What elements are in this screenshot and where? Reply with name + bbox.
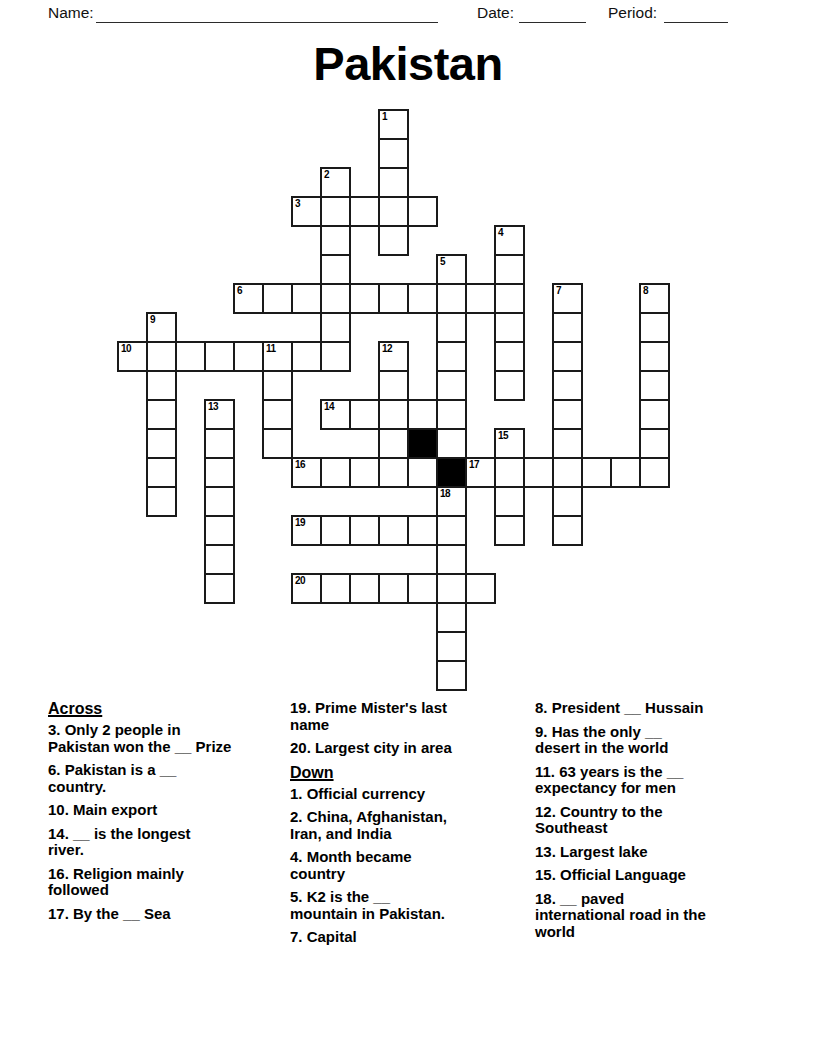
grid-cell[interactable] xyxy=(552,428,583,459)
clue-text: Largest city in area xyxy=(315,739,452,756)
grid-cell[interactable] xyxy=(378,428,409,459)
grid-cell[interactable] xyxy=(639,370,670,401)
grid-cell[interactable]: 6 xyxy=(233,283,264,314)
grid-cell-number: 12 xyxy=(382,343,392,354)
grid-cell[interactable] xyxy=(349,515,380,546)
clue-text: Main export xyxy=(73,801,157,818)
grid-cell-number: 18 xyxy=(440,488,450,499)
grid-cell-number: 11 xyxy=(266,343,276,354)
grid-cell-number: 1 xyxy=(382,111,387,122)
grid-cell[interactable] xyxy=(146,370,177,401)
grid-cell[interactable] xyxy=(494,341,525,372)
grid-cell-number: 6 xyxy=(237,285,242,296)
grid-cell[interactable] xyxy=(146,341,177,372)
clue-number: 16. xyxy=(48,865,73,882)
grid-cell[interactable] xyxy=(639,312,670,343)
clue-number: 3. xyxy=(48,721,65,738)
grid-cell-number: 2 xyxy=(324,169,329,180)
down-clue-13: 13. Largest lake xyxy=(535,844,777,861)
grid-cell[interactable] xyxy=(494,312,525,343)
grid-cell[interactable] xyxy=(436,283,467,314)
grid-cell[interactable] xyxy=(349,457,380,488)
grid-cell-number: 10 xyxy=(121,343,131,354)
grid-cell-number: 4 xyxy=(498,227,503,238)
date-label: Date: xyxy=(477,4,514,22)
grid-cell[interactable] xyxy=(436,544,467,575)
grid-cell[interactable]: 12 xyxy=(378,341,409,372)
clue-number: 4. xyxy=(290,848,307,865)
grid-cell[interactable] xyxy=(436,399,467,430)
grid-cell[interactable] xyxy=(581,457,612,488)
across-clue-17: 17. By the __ Sea xyxy=(48,906,294,923)
grid-cell-number: 8 xyxy=(643,285,648,296)
grid-cell[interactable] xyxy=(378,283,409,314)
across-clue-19: 19. Prime Mister's last name xyxy=(290,700,538,733)
grid-cell-number: 7 xyxy=(556,285,561,296)
down-heading: Down xyxy=(290,764,538,782)
grid-cell[interactable] xyxy=(436,602,467,633)
grid-cell[interactable] xyxy=(436,515,467,546)
across-heading: Across xyxy=(48,700,294,718)
grid-cell[interactable] xyxy=(407,457,438,488)
grid-black-cell xyxy=(407,428,438,459)
grid-cell-number: 15 xyxy=(498,430,508,441)
grid-cell[interactable] xyxy=(552,399,583,430)
clue-number: 2. xyxy=(290,808,307,825)
down-clue-8: 8. President __ Hussain xyxy=(535,700,777,717)
grid-cell[interactable]: 9 xyxy=(146,312,177,343)
clue-number: 5. xyxy=(290,888,307,905)
grid-cell[interactable] xyxy=(494,486,525,517)
clue-number: 12. xyxy=(535,803,560,820)
grid-cell[interactable] xyxy=(552,370,583,401)
grid-cell[interactable] xyxy=(349,399,380,430)
across-clue-14: 14. __ is the longest river. xyxy=(48,826,294,859)
page-title: Pakistan xyxy=(0,36,816,91)
grid-cell[interactable] xyxy=(494,370,525,401)
clue-text: By the __ Sea xyxy=(73,905,171,922)
across-clue-3: 3. Only 2 people in Pakistan won the __ … xyxy=(48,722,294,755)
clue-text: President __ Hussain xyxy=(552,699,704,716)
grid-cell[interactable] xyxy=(262,283,293,314)
grid-cell[interactable] xyxy=(407,196,438,227)
grid-cell[interactable] xyxy=(378,138,409,169)
clue-number: 8. xyxy=(535,699,552,716)
clue-number: 10. xyxy=(48,801,73,818)
clue-text: Month became country xyxy=(290,848,412,882)
grid-cell[interactable] xyxy=(407,283,438,314)
grid-cell[interactable]: 17 xyxy=(465,457,496,488)
clue-text: China, Afghanistan, Iran, and India xyxy=(290,808,447,842)
grid-cell[interactable]: 14 xyxy=(320,399,351,430)
grid-cell[interactable] xyxy=(552,515,583,546)
grid-cell[interactable] xyxy=(204,515,235,546)
clue-number: 1. xyxy=(290,785,307,802)
grid-cell-number: 9 xyxy=(150,314,155,325)
grid-cell[interactable] xyxy=(146,457,177,488)
grid-cell-number: 13 xyxy=(208,401,218,412)
period-label: Period: xyxy=(608,4,657,22)
grid-cell[interactable]: 20 xyxy=(291,573,322,604)
grid-cell[interactable]: 11 xyxy=(262,341,293,372)
clue-column-3: 8. President __ Hussain9. Has the only _… xyxy=(535,700,777,947)
grid-cell[interactable] xyxy=(639,428,670,459)
grid-cell[interactable] xyxy=(233,341,264,372)
down-clue-11: 11. 63 years is the __ expectancy for me… xyxy=(535,764,777,797)
grid-cell[interactable] xyxy=(465,283,496,314)
clue-text: Pakistan is a __ country. xyxy=(48,761,176,795)
grid-cell[interactable] xyxy=(552,312,583,343)
grid-cell[interactable] xyxy=(349,573,380,604)
down-clue-9: 9. Has the only __ desert in the world xyxy=(535,724,777,757)
clue-number: 18. xyxy=(535,890,560,907)
down-clue-15: 15. Official Language xyxy=(535,867,777,884)
down-clue-2: 2. China, Afghanistan, Iran, and India xyxy=(290,809,538,842)
grid-cell[interactable]: 18 xyxy=(436,486,467,517)
clue-number: 9. xyxy=(535,723,552,740)
grid-cell[interactable]: 19 xyxy=(291,515,322,546)
grid-cell[interactable] xyxy=(639,457,670,488)
grid-cell[interactable] xyxy=(204,544,235,575)
grid-cell[interactable] xyxy=(204,573,235,604)
grid-cell[interactable] xyxy=(262,399,293,430)
clue-number: 6. xyxy=(48,761,65,778)
grid-cell[interactable] xyxy=(436,428,467,459)
grid-cell[interactable] xyxy=(639,341,670,372)
grid-cell[interactable] xyxy=(552,341,583,372)
grid-cell[interactable] xyxy=(552,486,583,517)
grid-cell[interactable] xyxy=(436,341,467,372)
grid-cell[interactable] xyxy=(204,457,235,488)
grid-cell[interactable] xyxy=(378,196,409,227)
grid-cell[interactable] xyxy=(146,486,177,517)
grid-cell[interactable] xyxy=(378,225,409,256)
name-label: Name: xyxy=(48,4,94,22)
clue-text: Largest lake xyxy=(560,843,648,860)
grid-cell[interactable] xyxy=(436,631,467,662)
crossword-grid: 1234567891011121314151617181920 xyxy=(117,109,670,691)
clue-number: 17. xyxy=(48,905,73,922)
grid-cell-number: 3 xyxy=(295,198,300,209)
across-clue-20: 20. Largest city in area xyxy=(290,740,538,757)
grid-cell[interactable] xyxy=(204,428,235,459)
grid-cell[interactable] xyxy=(320,312,351,343)
grid-cell[interactable] xyxy=(320,254,351,285)
grid-cell[interactable] xyxy=(436,312,467,343)
clue-number: 15. xyxy=(535,866,560,883)
grid-cell[interactable] xyxy=(349,196,380,227)
clue-text: Official Language xyxy=(560,866,686,883)
grid-cell[interactable] xyxy=(320,196,351,227)
grid-cell[interactable] xyxy=(262,370,293,401)
across-clue-16: 16. Religion mainly followed xyxy=(48,866,294,899)
grid-cell[interactable]: 3 xyxy=(291,196,322,227)
grid-cell[interactable] xyxy=(291,283,322,314)
grid-black-cell xyxy=(436,457,467,488)
grid-cell-number: 5 xyxy=(440,256,445,267)
grid-cell[interactable] xyxy=(146,399,177,430)
grid-cell[interactable] xyxy=(378,167,409,198)
clue-number: 19. xyxy=(290,699,315,716)
grid-cell[interactable] xyxy=(320,225,351,256)
grid-cell-number: 16 xyxy=(295,459,305,470)
clue-number: 20. xyxy=(290,739,315,756)
grid-cell[interactable] xyxy=(494,457,525,488)
grid-cell[interactable]: 7 xyxy=(552,283,583,314)
grid-cell[interactable] xyxy=(436,370,467,401)
clue-number: 13. xyxy=(535,843,560,860)
grid-cell[interactable] xyxy=(378,515,409,546)
grid-cell[interactable]: 10 xyxy=(117,341,148,372)
grid-cell[interactable]: 4 xyxy=(494,225,525,256)
down-clue-5: 5. K2 is the __ mountain in Pakistan. xyxy=(290,889,538,922)
grid-cell[interactable] xyxy=(494,283,525,314)
grid-cell[interactable] xyxy=(204,341,235,372)
grid-cell-number: 14 xyxy=(324,401,334,412)
grid-cell[interactable]: 2 xyxy=(320,167,351,198)
grid-cell[interactable] xyxy=(349,283,380,314)
down-clue-12: 12. Country to the Southeast xyxy=(535,804,777,837)
grid-cell[interactable] xyxy=(407,399,438,430)
grid-cell[interactable]: 16 xyxy=(291,457,322,488)
grid-cell[interactable] xyxy=(146,428,177,459)
across-clue-10: 10. Main export xyxy=(48,802,294,819)
grid-cell[interactable] xyxy=(291,341,322,372)
grid-cell[interactable]: 8 xyxy=(639,283,670,314)
clue-text: Only 2 people in Pakistan won the __ Pri… xyxy=(48,721,231,755)
grid-cell[interactable] xyxy=(320,457,351,488)
grid-cell[interactable] xyxy=(465,573,496,604)
grid-cell[interactable] xyxy=(436,573,467,604)
clue-text: Official currency xyxy=(307,785,425,802)
grid-cell[interactable] xyxy=(378,399,409,430)
grid-cell-number: 20 xyxy=(295,575,305,586)
period-field-line[interactable] xyxy=(664,4,728,23)
clue-text: K2 is the __ mountain in Pakistan. xyxy=(290,888,445,922)
grid-cell[interactable] xyxy=(523,457,554,488)
worksheet-page: Name: Date: Period: Pakistan 12345678910… xyxy=(0,0,816,1056)
grid-cell[interactable] xyxy=(320,283,351,314)
grid-cell[interactable] xyxy=(494,515,525,546)
grid-cell[interactable]: 15 xyxy=(494,428,525,459)
clue-text: Has the only __ desert in the world xyxy=(535,723,668,757)
grid-cell[interactable] xyxy=(320,515,351,546)
grid-cell[interactable] xyxy=(407,573,438,604)
grid-cell[interactable] xyxy=(552,457,583,488)
grid-cell[interactable] xyxy=(262,428,293,459)
down-clue-18: 18. __ paved international road in the w… xyxy=(535,891,777,941)
across-clue-6: 6. Pakistan is a __ country. xyxy=(48,762,294,795)
grid-cell[interactable] xyxy=(378,573,409,604)
clue-number: 11. xyxy=(535,763,559,780)
name-field-line[interactable] xyxy=(96,4,438,23)
grid-cell[interactable]: 5 xyxy=(436,254,467,285)
grid-cell[interactable]: 13 xyxy=(204,399,235,430)
grid-cell[interactable] xyxy=(175,341,206,372)
grid-cell[interactable] xyxy=(204,486,235,517)
grid-cell[interactable] xyxy=(378,457,409,488)
clue-column-1: Across3. Only 2 people in Pakistan won t… xyxy=(48,700,294,929)
clue-column-2: 19. Prime Mister's last name20. Largest … xyxy=(290,700,538,953)
grid-cell[interactable] xyxy=(639,399,670,430)
date-field-line[interactable] xyxy=(519,4,586,23)
grid-cell[interactable] xyxy=(494,254,525,285)
grid-cell[interactable] xyxy=(320,341,351,372)
clue-number: 14. xyxy=(48,825,73,842)
grid-cell[interactable] xyxy=(320,573,351,604)
clue-number: 7. xyxy=(290,928,307,945)
grid-cell[interactable] xyxy=(610,457,641,488)
grid-cell[interactable] xyxy=(407,515,438,546)
clue-text: __ paved international road in the world xyxy=(535,890,706,940)
clue-text: Capital xyxy=(307,928,357,945)
grid-cell[interactable] xyxy=(378,370,409,401)
down-clue-1: 1. Official currency xyxy=(290,786,538,803)
grid-cell-number: 17 xyxy=(469,459,479,470)
grid-cell-number: 19 xyxy=(295,517,305,528)
grid-cell[interactable] xyxy=(436,660,467,691)
down-clue-4: 4. Month became country xyxy=(290,849,538,882)
down-clue-7: 7. Capital xyxy=(290,929,538,946)
grid-cell[interactable]: 1 xyxy=(378,109,409,140)
